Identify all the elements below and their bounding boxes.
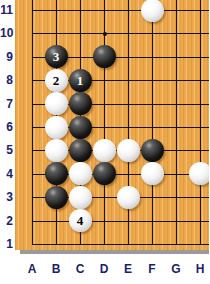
- row-label-2: 2: [0, 214, 13, 228]
- go-board: 3214: [15, 0, 209, 250]
- black-stone-c7: [69, 92, 92, 115]
- row-label-3: 3: [0, 190, 13, 204]
- black-stone-b4: [45, 162, 68, 185]
- row-label-11: 11: [0, 3, 13, 17]
- row-label-1: 1: [0, 237, 13, 251]
- white-stone-e3: [117, 186, 140, 209]
- column-label-d: D: [96, 262, 112, 276]
- black-stone-c6: [69, 116, 92, 139]
- grid-vline-D: [104, 0, 105, 245]
- column-label-a: A: [24, 262, 40, 276]
- column-label-b: B: [48, 262, 64, 276]
- move-number-label: 4: [77, 214, 84, 227]
- column-label-e: E: [120, 262, 136, 276]
- move-number-label: 3: [53, 50, 60, 63]
- grid-hline-11: [32, 10, 209, 11]
- grid-vline-H: [200, 0, 201, 245]
- black-stone-c8: 1: [69, 69, 92, 92]
- column-label-c: C: [72, 262, 88, 276]
- white-stone-b8: 2: [45, 69, 68, 92]
- move-number-label: 2: [53, 73, 60, 86]
- black-stone-b3: [45, 186, 68, 209]
- row-label-8: 8: [0, 73, 13, 87]
- white-stone-c4: [69, 162, 92, 185]
- grid-vline-G: [176, 0, 177, 245]
- column-label-f: F: [144, 262, 160, 276]
- row-label-7: 7: [0, 97, 13, 111]
- grid-hline-1: [32, 244, 209, 245]
- white-stone-b7: [45, 92, 68, 115]
- go-diagram: 3214 1110987654321 ABCDEFGH: [0, 0, 209, 284]
- white-stone-c2: 4: [69, 209, 92, 232]
- column-label-g: G: [168, 262, 184, 276]
- black-stone-d9: [93, 45, 116, 68]
- move-number-label: 1: [77, 73, 84, 86]
- white-stone-b6: [45, 116, 68, 139]
- black-stone-b9: 3: [45, 45, 68, 68]
- column-label-h: H: [192, 262, 208, 276]
- white-stone-c3: [69, 186, 92, 209]
- row-label-4: 4: [0, 167, 13, 181]
- black-stone-f5: [141, 139, 164, 162]
- grid-hline-10: [32, 33, 209, 34]
- grid-hline-2: [32, 221, 209, 222]
- black-stone-d4: [93, 162, 116, 185]
- white-stone-h4: [189, 162, 210, 185]
- white-stone-f4: [141, 162, 164, 185]
- grid-vline-A: [32, 0, 33, 245]
- black-stone-c5: [69, 139, 92, 162]
- white-stone-e5: [117, 139, 140, 162]
- row-label-6: 6: [0, 120, 13, 134]
- row-label-10: 10: [0, 26, 13, 40]
- star-point-d10: [103, 32, 107, 36]
- white-stone-b5: [45, 139, 68, 162]
- row-label-5: 5: [0, 143, 13, 157]
- row-label-9: 9: [0, 50, 13, 64]
- white-stone-f11: [141, 0, 164, 22]
- grid-vline-F: [152, 0, 153, 245]
- white-stone-d5: [93, 139, 116, 162]
